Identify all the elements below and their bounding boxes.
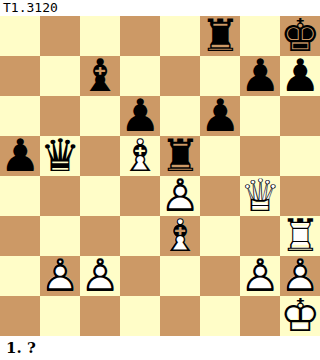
square-e4[interactable]: ♟♙ <box>160 176 200 216</box>
square-a7[interactable] <box>0 56 40 96</box>
piece-white-bishop-fill: ♝ <box>160 216 200 256</box>
piece-black-bishop[interactable]: ♝ <box>80 56 120 96</box>
square-h1[interactable]: ♚♔ <box>280 296 320 336</box>
square-c8[interactable] <box>80 16 120 56</box>
square-b7[interactable] <box>40 56 80 96</box>
square-f4[interactable] <box>200 176 240 216</box>
square-e7[interactable] <box>160 56 200 96</box>
square-d2[interactable] <box>120 256 160 296</box>
square-h5[interactable] <box>280 136 320 176</box>
square-a6[interactable] <box>0 96 40 136</box>
square-c7[interactable]: ♝ <box>80 56 120 96</box>
piece-black-rook[interactable]: ♜ <box>160 136 200 176</box>
square-f3[interactable] <box>200 216 240 256</box>
piece-white-bishop[interactable]: ♗ <box>120 136 160 176</box>
piece-white-pawn[interactable]: ♙ <box>40 256 80 296</box>
square-b5[interactable]: ♛ <box>40 136 80 176</box>
piece-white-king-fill: ♚ <box>280 296 320 336</box>
square-g5[interactable] <box>240 136 280 176</box>
piece-white-pawn-fill: ♟ <box>80 256 120 296</box>
square-e2[interactable] <box>160 256 200 296</box>
piece-white-pawn-fill: ♟ <box>240 256 280 296</box>
piece-black-pawn[interactable]: ♟ <box>240 56 280 96</box>
piece-white-pawn[interactable]: ♙ <box>240 256 280 296</box>
square-a5[interactable]: ♟ <box>0 136 40 176</box>
square-f1[interactable] <box>200 296 240 336</box>
piece-white-queen[interactable]: ♕ <box>240 176 280 216</box>
square-e6[interactable] <box>160 96 200 136</box>
piece-black-rook[interactable]: ♜ <box>200 16 240 56</box>
square-g4[interactable]: ♛♕ <box>240 176 280 216</box>
square-e5[interactable]: ♜ <box>160 136 200 176</box>
square-b8[interactable] <box>40 16 80 56</box>
piece-white-pawn[interactable]: ♙ <box>160 176 200 216</box>
square-d3[interactable] <box>120 216 160 256</box>
square-a8[interactable] <box>0 16 40 56</box>
square-g2[interactable]: ♟♙ <box>240 256 280 296</box>
square-c1[interactable] <box>80 296 120 336</box>
piece-white-rook[interactable]: ♖ <box>280 216 320 256</box>
piece-white-pawn-fill: ♟ <box>160 176 200 216</box>
square-e8[interactable] <box>160 16 200 56</box>
square-c2[interactable]: ♟♙ <box>80 256 120 296</box>
square-a4[interactable] <box>0 176 40 216</box>
piece-black-pawn[interactable]: ♟ <box>200 96 240 136</box>
square-f5[interactable] <box>200 136 240 176</box>
square-f2[interactable] <box>200 256 240 296</box>
square-d1[interactable] <box>120 296 160 336</box>
square-b6[interactable] <box>40 96 80 136</box>
square-h2[interactable]: ♟♙ <box>280 256 320 296</box>
square-e1[interactable] <box>160 296 200 336</box>
square-f7[interactable] <box>200 56 240 96</box>
square-d5[interactable]: ♝♗ <box>120 136 160 176</box>
piece-white-bishop-fill: ♝ <box>120 136 160 176</box>
piece-black-pawn[interactable]: ♟ <box>120 96 160 136</box>
square-b3[interactable] <box>40 216 80 256</box>
puzzle-id: T1.3120 <box>0 0 320 16</box>
square-a3[interactable] <box>0 216 40 256</box>
square-e3[interactable]: ♝♗ <box>160 216 200 256</box>
piece-white-pawn[interactable]: ♙ <box>280 256 320 296</box>
square-a1[interactable] <box>0 296 40 336</box>
square-h8[interactable]: ♚ <box>280 16 320 56</box>
square-h4[interactable] <box>280 176 320 216</box>
square-d7[interactable] <box>120 56 160 96</box>
square-f6[interactable]: ♟ <box>200 96 240 136</box>
square-h7[interactable]: ♟ <box>280 56 320 96</box>
chess-board: ♜♚♝♟♟♟♟♟♛♝♗♜♟♙♛♕♝♗♜♖♟♙♟♙♟♙♟♙♚♔ <box>0 16 320 336</box>
square-g3[interactable] <box>240 216 280 256</box>
square-c3[interactable] <box>80 216 120 256</box>
square-a2[interactable] <box>0 256 40 296</box>
piece-white-pawn-fill: ♟ <box>40 256 80 296</box>
move-prompt: 1. ? <box>0 336 320 358</box>
square-f8[interactable]: ♜ <box>200 16 240 56</box>
square-g8[interactable] <box>240 16 280 56</box>
square-h6[interactable] <box>280 96 320 136</box>
piece-black-queen[interactable]: ♛ <box>40 136 80 176</box>
square-d4[interactable] <box>120 176 160 216</box>
piece-white-queen-fill: ♛ <box>240 176 280 216</box>
square-g6[interactable] <box>240 96 280 136</box>
square-c6[interactable] <box>80 96 120 136</box>
square-c5[interactable] <box>80 136 120 176</box>
piece-black-king[interactable]: ♚ <box>280 16 320 56</box>
piece-black-pawn[interactable]: ♟ <box>0 136 40 176</box>
square-c4[interactable] <box>80 176 120 216</box>
piece-black-pawn[interactable]: ♟ <box>280 56 320 96</box>
piece-white-pawn-fill: ♟ <box>280 256 320 296</box>
square-b1[interactable] <box>40 296 80 336</box>
square-d6[interactable]: ♟ <box>120 96 160 136</box>
square-g1[interactable] <box>240 296 280 336</box>
square-b4[interactable] <box>40 176 80 216</box>
piece-white-rook-fill: ♜ <box>280 216 320 256</box>
piece-white-pawn[interactable]: ♙ <box>80 256 120 296</box>
square-g7[interactable]: ♟ <box>240 56 280 96</box>
square-h3[interactable]: ♜♖ <box>280 216 320 256</box>
square-d8[interactable] <box>120 16 160 56</box>
square-b2[interactable]: ♟♙ <box>40 256 80 296</box>
piece-white-king[interactable]: ♔ <box>280 296 320 336</box>
piece-white-bishop[interactable]: ♗ <box>160 216 200 256</box>
